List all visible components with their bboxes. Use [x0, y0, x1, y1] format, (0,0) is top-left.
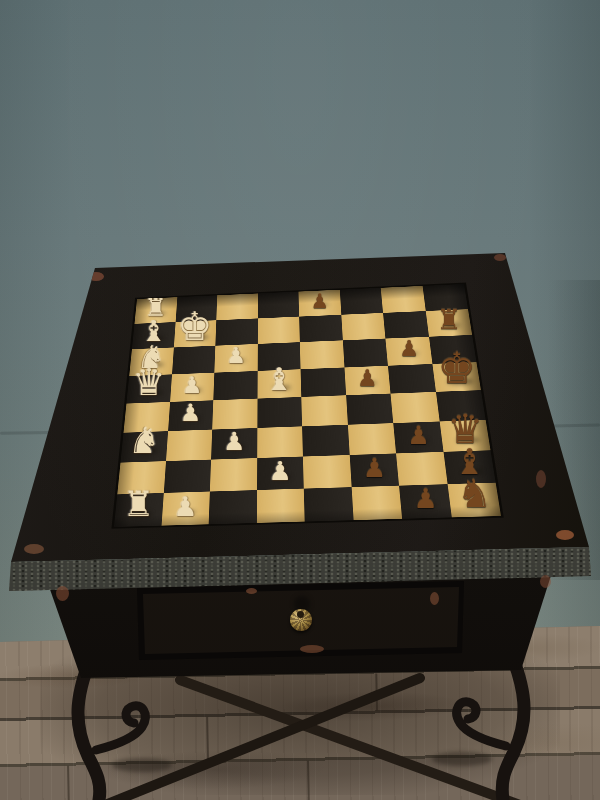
square-r7c3[interactable]	[210, 458, 257, 491]
scene: ♜♟♝♚♜♞♟♟♛♟♝♟♚♟♞♟♟♛♟♟♝♜♟♟♞	[0, 0, 600, 800]
square-r5c4[interactable]	[257, 397, 302, 428]
square-r2c3[interactable]	[215, 318, 257, 346]
square-r5c3[interactable]	[212, 399, 257, 430]
square-r8c4[interactable]	[256, 488, 304, 523]
distress-mark	[56, 586, 69, 601]
square-r2c4[interactable]	[257, 316, 299, 344]
square-r5c5[interactable]	[301, 395, 347, 426]
square-r6c5[interactable]	[302, 424, 349, 456]
knob-tip	[297, 611, 304, 618]
piece-white-bishop-r4c4[interactable]: ♝	[264, 364, 295, 395]
distress-mark	[300, 645, 324, 653]
distress-mark	[494, 254, 506, 261]
piece-brown-pawn-r4c6[interactable]: ♟	[356, 367, 379, 390]
piece-white-pawn-r5c2[interactable]: ♟	[178, 401, 202, 425]
square-r8c6[interactable]	[351, 485, 402, 520]
square-r3c5[interactable]	[300, 340, 344, 369]
square-r6c2[interactable]	[166, 429, 213, 461]
square-r2c5[interactable]	[299, 315, 342, 343]
piece-brown-king-r4c8[interactable]: ♚	[435, 347, 478, 390]
piece-white-rook-r8c1[interactable]: ♜	[121, 487, 156, 522]
leg-scroll-foot-left	[96, 706, 145, 750]
square-r4c5[interactable]	[301, 367, 346, 397]
distress-mark	[556, 530, 574, 540]
leg-scroll-foot-right	[457, 702, 506, 746]
square-r4c7[interactable]	[388, 364, 436, 394]
square-r7c2[interactable]	[163, 460, 211, 493]
piece-white-queen-r4c1[interactable]: ♛	[130, 364, 167, 401]
square-r4c3[interactable]	[213, 371, 257, 401]
square-r5c7[interactable]	[391, 392, 440, 423]
square-r8c5[interactable]	[304, 487, 353, 522]
piece-white-pawn-r7c4[interactable]: ♟	[267, 458, 293, 484]
piece-white-pawn-r6c3[interactable]: ♟	[222, 429, 247, 454]
square-r6c4[interactable]	[257, 426, 303, 458]
square-r1c3[interactable]	[216, 293, 257, 320]
piece-brown-pawn-r1c5[interactable]: ♟	[310, 291, 330, 311]
square-r5c6[interactable]	[346, 394, 393, 425]
stretcher-bar-right	[105, 678, 420, 800]
square-r1c4[interactable]	[258, 292, 300, 319]
distress-mark	[540, 575, 551, 588]
piece-brown-pawn-r3c7[interactable]: ♟	[398, 338, 420, 360]
square-r7c5[interactable]	[303, 455, 351, 488]
piece-white-pawn-r4c2[interactable]: ♟	[181, 374, 204, 397]
distress-mark	[536, 470, 546, 488]
piece-white-knight-r6c1[interactable]: ♞	[126, 423, 162, 459]
distress-mark	[430, 592, 439, 605]
square-r1c7[interactable]	[381, 286, 426, 313]
square-r3c2[interactable]	[172, 346, 216, 374]
square-r7c7[interactable]	[396, 452, 447, 486]
square-r1c6[interactable]	[339, 288, 383, 315]
piece-white-pawn-r8c2[interactable]: ♟	[172, 493, 199, 520]
piece-brown-pawn-r8c7[interactable]: ♟	[412, 485, 439, 512]
piece-brown-knight-r8c8[interactable]: ♞	[455, 474, 494, 513]
drawer-knob	[290, 609, 312, 631]
piece-white-pawn-r3c3[interactable]: ♟	[225, 345, 247, 367]
distress-mark	[24, 544, 44, 554]
square-r2c6[interactable]	[341, 313, 385, 341]
square-r6c6[interactable]	[347, 423, 396, 455]
piece-brown-pawn-r7c6[interactable]: ♟	[361, 455, 387, 481]
square-r3c6[interactable]	[342, 339, 387, 368]
square-r8c3[interactable]	[209, 490, 257, 525]
piece-white-king-r2c2[interactable]: ♚	[175, 307, 214, 346]
square-r2c7[interactable]	[383, 311, 429, 339]
piece-brown-pawn-r6c7[interactable]: ♟	[406, 423, 431, 448]
distress-mark	[246, 588, 257, 594]
piece-brown-rook-r2c8[interactable]: ♜	[436, 306, 463, 333]
